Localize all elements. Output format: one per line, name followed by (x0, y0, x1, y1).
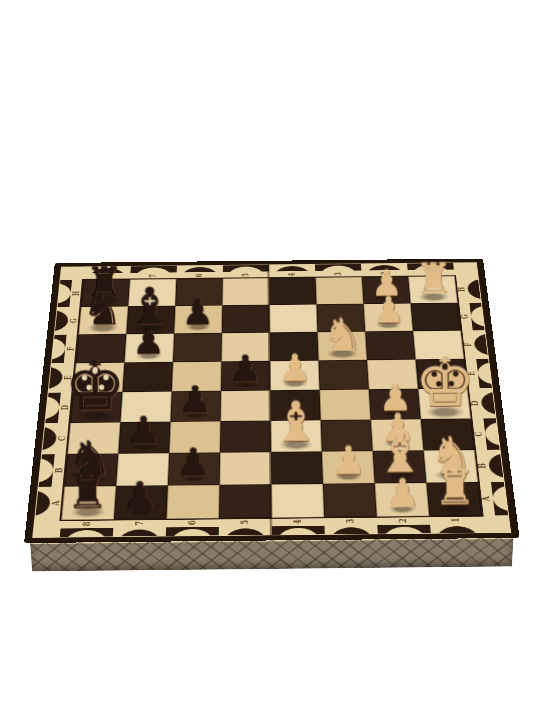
square-f5[interactable] (221, 333, 270, 362)
square-f6[interactable] (173, 333, 222, 362)
square-g7[interactable] (126, 306, 175, 334)
square-g1[interactable] (411, 303, 461, 331)
square-h1[interactable] (408, 276, 457, 303)
square-g6[interactable] (174, 305, 222, 333)
square-e4[interactable] (270, 361, 320, 391)
square-h8[interactable] (81, 280, 130, 307)
pawn-glyph: ♟ (337, 474, 469, 513)
coord-file-right-H: H (456, 286, 468, 293)
product-photo: 8877665544332211HHGGFFEEDDCCBBAA ♜♞♚♞♜♟♟… (0, 0, 540, 720)
square-g2[interactable] (364, 303, 413, 331)
square-h3[interactable] (315, 277, 363, 304)
coord-file-left-H: H (70, 290, 82, 297)
chess-board: 8877665544332211HHGGFFEEDDCCBBAA ♜♞♚♞♜♟♟… (25, 259, 518, 542)
king-crown-beads (442, 363, 447, 368)
coord-file-left-G: G (68, 317, 81, 324)
square-h2[interactable] (362, 277, 411, 304)
king-crown-beads (92, 367, 97, 372)
square-h4[interactable] (269, 278, 316, 305)
pawn-glyph: ♟ (74, 477, 206, 516)
square-f4[interactable] (270, 332, 319, 361)
square-f3[interactable] (317, 332, 367, 361)
square-g5[interactable] (222, 305, 270, 333)
square-g4[interactable] (269, 304, 317, 332)
square-h5[interactable] (222, 278, 269, 305)
square-h6[interactable] (175, 279, 222, 306)
square-g3[interactable] (316, 304, 365, 332)
square-g8[interactable] (79, 306, 129, 334)
square-h7[interactable] (128, 279, 176, 306)
coord-file-right-G: G (459, 313, 472, 320)
